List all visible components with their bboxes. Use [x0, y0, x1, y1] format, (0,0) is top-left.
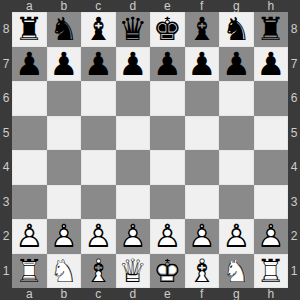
file-label-a: a: [12, 288, 47, 300]
file-label-b: b: [47, 288, 82, 300]
rank-label-2: 2: [0, 219, 12, 254]
piece-black-pawn-icon[interactable]: ♟: [47, 47, 82, 82]
square-h7[interactable]: ♟: [254, 47, 289, 82]
file-label-d: d: [116, 0, 151, 12]
board: ♜♞♝♛♚♝♞♜♟♟♟♟♟♟♟♟♟♙♟♙♟♙♟♙♟♙♟♙♟♙♟♙♜♖♞♘♝♗♛♕…: [12, 12, 288, 288]
square-d8[interactable]: ♛: [116, 12, 151, 47]
square-g7[interactable]: ♟: [219, 47, 254, 82]
piece-outline-layer: ♙: [84, 220, 113, 252]
square-g1[interactable]: ♞♘: [219, 254, 254, 289]
piece-white-knight-icon[interactable]: ♞♘: [219, 254, 254, 289]
rank-labels-left: 87654321: [0, 12, 12, 288]
square-g6[interactable]: [219, 81, 254, 116]
square-a7[interactable]: ♟: [12, 47, 47, 82]
piece-white-bishop-icon[interactable]: ♝♗: [185, 254, 220, 289]
square-f8[interactable]: ♝: [185, 12, 220, 47]
square-d7[interactable]: ♟: [116, 47, 151, 82]
square-g4[interactable]: [219, 150, 254, 185]
square-a8[interactable]: ♜: [12, 12, 47, 47]
square-e5[interactable]: [150, 116, 185, 151]
file-label-h: h: [254, 0, 289, 12]
piece-black-bishop-icon[interactable]: ♝: [81, 12, 116, 47]
square-a3[interactable]: [12, 185, 47, 220]
file-labels-top: abcdefgh: [12, 0, 288, 12]
square-a2[interactable]: ♟♙: [12, 219, 47, 254]
square-f4[interactable]: [185, 150, 220, 185]
square-e7[interactable]: ♟: [150, 47, 185, 82]
piece-black-knight-icon[interactable]: ♞: [47, 12, 82, 47]
file-label-e: e: [150, 288, 185, 300]
square-c1[interactable]: ♝♗: [81, 254, 116, 289]
piece-white-pawn-icon[interactable]: ♟♙: [185, 219, 220, 254]
square-b7[interactable]: ♟: [47, 47, 82, 82]
piece-outline-layer: ♙: [153, 220, 182, 252]
piece-white-pawn-icon[interactable]: ♟♙: [81, 219, 116, 254]
square-b4[interactable]: [47, 150, 82, 185]
square-h1[interactable]: ♜♖: [254, 254, 289, 289]
rank-labels-right: 87654321: [288, 12, 300, 288]
square-c2[interactable]: ♟♙: [81, 219, 116, 254]
file-label-c: c: [81, 0, 116, 12]
piece-outline-layer: ♘: [222, 255, 251, 287]
piece-black-knight-icon[interactable]: ♞: [219, 12, 254, 47]
square-c5[interactable]: [81, 116, 116, 151]
square-d3[interactable]: [116, 185, 151, 220]
piece-white-pawn-icon[interactable]: ♟♙: [47, 219, 82, 254]
square-c6[interactable]: [81, 81, 116, 116]
piece-outline-layer: ♔: [153, 255, 182, 287]
piece-outline-layer: ♖: [15, 255, 44, 287]
square-h2[interactable]: ♟♙: [254, 219, 289, 254]
file-label-b: b: [47, 0, 82, 12]
piece-black-rook-icon[interactable]: ♜: [254, 12, 289, 47]
square-e8[interactable]: ♚: [150, 12, 185, 47]
square-e4[interactable]: [150, 150, 185, 185]
rank-label-1: 1: [288, 254, 300, 289]
square-d6[interactable]: [116, 81, 151, 116]
square-a6[interactable]: [12, 81, 47, 116]
piece-white-bishop-icon[interactable]: ♝♗: [81, 254, 116, 289]
square-f5[interactable]: [185, 116, 220, 151]
square-b6[interactable]: [47, 81, 82, 116]
piece-white-queen-icon[interactable]: ♛♕: [116, 254, 151, 289]
piece-white-rook-icon[interactable]: ♜♖: [12, 254, 47, 289]
square-g3[interactable]: [219, 185, 254, 220]
rank-label-7: 7: [288, 47, 300, 82]
rank-label-8: 8: [0, 12, 12, 47]
piece-outline-layer: ♙: [222, 220, 251, 252]
piece-outline-layer: ♙: [118, 220, 147, 252]
piece-white-pawn-icon[interactable]: ♟♙: [219, 219, 254, 254]
square-g5[interactable]: [219, 116, 254, 151]
piece-black-king-icon[interactable]: ♚: [150, 12, 185, 47]
file-label-d: d: [116, 288, 151, 300]
square-f3[interactable]: [185, 185, 220, 220]
file-label-c: c: [81, 288, 116, 300]
piece-outline-layer: ♗: [187, 255, 216, 287]
file-label-g: g: [219, 0, 254, 12]
file-label-f: f: [185, 0, 220, 12]
square-b2[interactable]: ♟♙: [47, 219, 82, 254]
square-c7[interactable]: ♟: [81, 47, 116, 82]
square-h3[interactable]: [254, 185, 289, 220]
piece-white-pawn-icon[interactable]: ♟♙: [150, 219, 185, 254]
rank-label-8: 8: [288, 12, 300, 47]
piece-white-king-icon[interactable]: ♚♔: [150, 254, 185, 289]
rank-label-4: 4: [0, 150, 12, 185]
piece-outline-layer: ♘: [49, 255, 78, 287]
piece-white-knight-icon[interactable]: ♞♘: [47, 254, 82, 289]
rank-label-4: 4: [288, 150, 300, 185]
piece-outline-layer: ♗: [84, 255, 113, 287]
piece-black-pawn-icon[interactable]: ♟: [116, 47, 151, 82]
square-b5[interactable]: [47, 116, 82, 151]
rank-label-1: 1: [0, 254, 12, 289]
piece-black-bishop-icon[interactable]: ♝: [185, 12, 220, 47]
piece-white-pawn-icon[interactable]: ♟♙: [254, 219, 289, 254]
file-label-f: f: [185, 288, 220, 300]
piece-black-pawn-icon[interactable]: ♟: [254, 47, 289, 82]
square-h6[interactable]: [254, 81, 289, 116]
square-d5[interactable]: [116, 116, 151, 151]
square-f7[interactable]: ♟: [185, 47, 220, 82]
piece-black-pawn-icon[interactable]: ♟: [150, 47, 185, 82]
piece-outline-layer: ♙: [49, 220, 78, 252]
piece-white-pawn-icon[interactable]: ♟♙: [116, 219, 151, 254]
piece-black-pawn-icon[interactable]: ♟: [185, 47, 220, 82]
square-f1[interactable]: ♝♗: [185, 254, 220, 289]
piece-black-rook-icon[interactable]: ♜: [12, 12, 47, 47]
square-e1[interactable]: ♚♔: [150, 254, 185, 289]
rank-label-5: 5: [288, 116, 300, 151]
square-e3[interactable]: [150, 185, 185, 220]
square-a1[interactable]: ♜♖: [12, 254, 47, 289]
file-label-a: a: [12, 0, 47, 12]
piece-black-queen-icon[interactable]: ♛: [116, 12, 151, 47]
file-label-e: e: [150, 0, 185, 12]
square-b8[interactable]: ♞: [47, 12, 82, 47]
square-b1[interactable]: ♞♘: [47, 254, 82, 289]
piece-outline-layer: ♙: [187, 220, 216, 252]
square-f6[interactable]: [185, 81, 220, 116]
rank-label-3: 3: [288, 185, 300, 220]
file-label-h: h: [254, 288, 289, 300]
square-c4[interactable]: [81, 150, 116, 185]
piece-outline-layer: ♕: [118, 255, 147, 287]
rank-label-5: 5: [0, 116, 12, 151]
file-label-g: g: [219, 288, 254, 300]
rank-label-6: 6: [288, 81, 300, 116]
rank-label-2: 2: [288, 219, 300, 254]
square-d4[interactable]: [116, 150, 151, 185]
chess-board-frame: abcdefgh abcdefgh 87654321 87654321 ♜♞♝♛…: [0, 0, 300, 300]
square-g8[interactable]: ♞: [219, 12, 254, 47]
square-e2[interactable]: ♟♙: [150, 219, 185, 254]
piece-white-rook-icon[interactable]: ♜♖: [254, 254, 289, 289]
piece-outline-layer: ♙: [15, 220, 44, 252]
square-a4[interactable]: [12, 150, 47, 185]
piece-black-pawn-icon[interactable]: ♟: [219, 47, 254, 82]
square-h8[interactable]: ♜: [254, 12, 289, 47]
square-d1[interactable]: ♛♕: [116, 254, 151, 289]
square-d2[interactable]: ♟♙: [116, 219, 151, 254]
square-a5[interactable]: [12, 116, 47, 151]
square-h4[interactable]: [254, 150, 289, 185]
square-h5[interactable]: [254, 116, 289, 151]
square-g2[interactable]: ♟♙: [219, 219, 254, 254]
rank-label-6: 6: [0, 81, 12, 116]
square-c8[interactable]: ♝: [81, 12, 116, 47]
square-c3[interactable]: [81, 185, 116, 220]
rank-label-3: 3: [0, 185, 12, 220]
piece-outline-layer: ♙: [256, 220, 285, 252]
piece-outline-layer: ♖: [256, 255, 285, 287]
square-e6[interactable]: [150, 81, 185, 116]
piece-black-pawn-icon[interactable]: ♟: [81, 47, 116, 82]
piece-white-pawn-icon[interactable]: ♟♙: [12, 219, 47, 254]
rank-label-7: 7: [0, 47, 12, 82]
square-f2[interactable]: ♟♙: [185, 219, 220, 254]
file-labels-bottom: abcdefgh: [12, 288, 288, 300]
piece-black-pawn-icon[interactable]: ♟: [12, 47, 47, 82]
square-b3[interactable]: [47, 185, 82, 220]
